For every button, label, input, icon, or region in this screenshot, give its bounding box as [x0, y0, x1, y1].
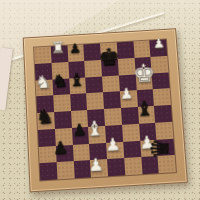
piece-black-queen-fallen[interactable]: ♛ — [147, 137, 172, 159]
piece-white-pawn[interactable]: ♟ — [153, 36, 165, 49]
square-f2[interactable] — [123, 140, 141, 158]
square-a8[interactable] — [34, 47, 51, 64]
piece-white-king[interactable]: ♚ — [132, 60, 156, 86]
square-f1[interactable] — [124, 157, 142, 175]
square-d5[interactable] — [86, 92, 104, 110]
piece-black-knight[interactable]: ♞ — [51, 71, 68, 90]
piece-black-king[interactable]: ♚ — [98, 45, 121, 70]
carpet-edge-object — [0, 47, 13, 110]
chess-board[interactable]: ♜♟♟♚♞♞♝♚♟♞♝♟♝♟♟♟♛♟ — [23, 28, 188, 192]
piece-black-bishop[interactable]: ♝ — [68, 70, 85, 89]
square-e6[interactable] — [102, 75, 120, 92]
piece-white-pawn[interactable]: ♟ — [88, 156, 104, 174]
square-d6[interactable] — [85, 76, 103, 93]
piece-black-pawn[interactable]: ♟ — [69, 41, 81, 54]
square-b5[interactable] — [53, 95, 71, 113]
square-h5[interactable] — [153, 88, 171, 106]
square-a1[interactable] — [40, 162, 58, 180]
square-h4[interactable] — [154, 105, 172, 123]
piece-black-pawn[interactable]: ♟ — [52, 139, 68, 157]
square-e4[interactable] — [104, 108, 122, 126]
piece-white-bishop[interactable]: ♝ — [85, 117, 104, 138]
scene: ♜♟♟♚♞♞♝♚♟♞♝♟♝♟♟♟♛♟ — [0, 0, 200, 200]
piece-white-rook[interactable]: ♜ — [51, 40, 66, 56]
square-g8[interactable] — [133, 40, 151, 57]
piece-white-knight[interactable]: ♞ — [35, 72, 52, 91]
piece-white-pawn[interactable]: ♟ — [105, 136, 121, 154]
square-b1[interactable] — [56, 161, 74, 179]
piece-white-pawn[interactable]: ♟ — [119, 86, 133, 102]
square-f3[interactable] — [122, 124, 140, 142]
piece-black-bishop[interactable]: ♝ — [135, 97, 154, 118]
square-c5[interactable] — [70, 93, 88, 111]
square-e5[interactable] — [103, 91, 121, 109]
piece-black-knight[interactable]: ♞ — [35, 105, 54, 126]
square-b4[interactable] — [54, 111, 72, 129]
square-e1[interactable] — [107, 158, 125, 176]
